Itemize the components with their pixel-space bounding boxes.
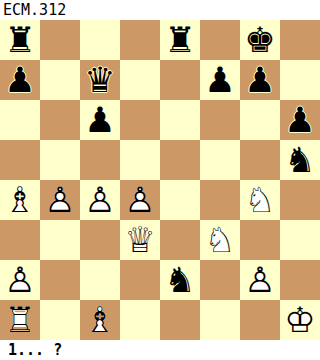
- chess-puzzle-app: ECM.312 ♜♜♚♟♛♟♟♟♟♞♝♗♟♙♟♙♟♙♞♘♛♕♞♘♟♙♞♟♙♜♖♝…: [0, 0, 320, 360]
- black-queen-glyph: ♛: [80, 60, 120, 100]
- black-knight-glyph: ♞: [280, 140, 320, 180]
- square-f2[interactable]: [200, 260, 240, 300]
- square-a6[interactable]: [0, 100, 40, 140]
- black-pawn-glyph: ♟: [280, 100, 320, 140]
- black-pawn-glyph: ♟: [200, 60, 240, 100]
- black-rook-glyph: ♜: [0, 20, 40, 60]
- square-f3[interactable]: ♞♘: [200, 220, 240, 260]
- square-d8[interactable]: [120, 20, 160, 60]
- square-d3[interactable]: ♛♕: [120, 220, 160, 260]
- square-e2[interactable]: ♞: [160, 260, 200, 300]
- piece-black-pawn[interactable]: ♟: [280, 100, 320, 140]
- square-a3[interactable]: [0, 220, 40, 260]
- square-h3[interactable]: [280, 220, 320, 260]
- piece-white-king[interactable]: ♚♔: [280, 300, 320, 340]
- puzzle-title: ECM.312: [0, 0, 320, 20]
- piece-black-knight[interactable]: ♞: [280, 140, 320, 180]
- white-pawn-outline-glyph: ♙: [0, 260, 40, 300]
- piece-white-pawn[interactable]: ♟♙: [240, 260, 280, 300]
- square-g3[interactable]: [240, 220, 280, 260]
- square-a2[interactable]: ♟♙: [0, 260, 40, 300]
- square-g7[interactable]: ♟: [240, 60, 280, 100]
- move-prompt: 1... ?: [0, 340, 320, 360]
- square-a4[interactable]: ♝♗: [0, 180, 40, 220]
- square-a7[interactable]: ♟: [0, 60, 40, 100]
- square-a1[interactable]: ♜♖: [0, 300, 40, 340]
- white-knight-outline-glyph: ♘: [240, 180, 280, 220]
- white-bishop-outline-glyph: ♗: [80, 300, 120, 340]
- chess-board: ♜♜♚♟♛♟♟♟♟♞♝♗♟♙♟♙♟♙♞♘♛♕♞♘♟♙♞♟♙♜♖♝♗♚♔: [0, 20, 320, 340]
- piece-black-queen[interactable]: ♛: [80, 60, 120, 100]
- square-c1[interactable]: ♝♗: [80, 300, 120, 340]
- square-c5[interactable]: [80, 140, 120, 180]
- square-f6[interactable]: [200, 100, 240, 140]
- square-f1[interactable]: [200, 300, 240, 340]
- piece-white-knight[interactable]: ♞♘: [200, 220, 240, 260]
- square-c3[interactable]: [80, 220, 120, 260]
- black-king-glyph: ♚: [240, 20, 280, 60]
- square-h1[interactable]: ♚♔: [280, 300, 320, 340]
- square-h5[interactable]: ♞: [280, 140, 320, 180]
- piece-white-bishop[interactable]: ♝♗: [0, 180, 40, 220]
- piece-white-pawn[interactable]: ♟♙: [120, 180, 160, 220]
- white-queen-outline-glyph: ♕: [120, 220, 160, 260]
- piece-white-pawn[interactable]: ♟♙: [40, 180, 80, 220]
- piece-white-queen[interactable]: ♛♕: [120, 220, 160, 260]
- square-e6[interactable]: [160, 100, 200, 140]
- square-b8[interactable]: [40, 20, 80, 60]
- piece-white-rook[interactable]: ♜♖: [0, 300, 40, 340]
- square-h8[interactable]: [280, 20, 320, 60]
- square-b3[interactable]: [40, 220, 80, 260]
- square-f7[interactable]: ♟: [200, 60, 240, 100]
- piece-white-pawn[interactable]: ♟♙: [80, 180, 120, 220]
- square-b5[interactable]: [40, 140, 80, 180]
- white-rook-outline-glyph: ♖: [0, 300, 40, 340]
- square-c7[interactable]: ♛: [80, 60, 120, 100]
- white-king-outline-glyph: ♔: [280, 300, 320, 340]
- square-b2[interactable]: [40, 260, 80, 300]
- black-rook-glyph: ♜: [160, 20, 200, 60]
- piece-black-rook[interactable]: ♜: [160, 20, 200, 60]
- square-c6[interactable]: ♟: [80, 100, 120, 140]
- square-c4[interactable]: ♟♙: [80, 180, 120, 220]
- square-c2[interactable]: [80, 260, 120, 300]
- piece-black-knight[interactable]: ♞: [160, 260, 200, 300]
- square-d2[interactable]: [120, 260, 160, 300]
- square-g6[interactable]: [240, 100, 280, 140]
- square-h6[interactable]: ♟: [280, 100, 320, 140]
- square-f8[interactable]: [200, 20, 240, 60]
- square-g8[interactable]: ♚: [240, 20, 280, 60]
- white-knight-outline-glyph: ♘: [200, 220, 240, 260]
- white-pawn-outline-glyph: ♙: [80, 180, 120, 220]
- square-h7[interactable]: [280, 60, 320, 100]
- square-e8[interactable]: ♜: [160, 20, 200, 60]
- square-g2[interactable]: ♟♙: [240, 260, 280, 300]
- black-knight-glyph: ♞: [160, 260, 200, 300]
- square-d4[interactable]: ♟♙: [120, 180, 160, 220]
- piece-black-pawn[interactable]: ♟: [80, 100, 120, 140]
- square-g5[interactable]: [240, 140, 280, 180]
- piece-black-rook[interactable]: ♜: [0, 20, 40, 60]
- square-g1[interactable]: [240, 300, 280, 340]
- square-e7[interactable]: [160, 60, 200, 100]
- white-pawn-outline-glyph: ♙: [40, 180, 80, 220]
- piece-black-pawn[interactable]: ♟: [200, 60, 240, 100]
- square-h2[interactable]: [280, 260, 320, 300]
- square-e1[interactable]: [160, 300, 200, 340]
- white-bishop-outline-glyph: ♗: [0, 180, 40, 220]
- piece-white-pawn[interactable]: ♟♙: [0, 260, 40, 300]
- black-pawn-glyph: ♟: [0, 60, 40, 100]
- square-f5[interactable]: [200, 140, 240, 180]
- white-pawn-outline-glyph: ♙: [240, 260, 280, 300]
- square-b1[interactable]: [40, 300, 80, 340]
- white-pawn-outline-glyph: ♙: [120, 180, 160, 220]
- square-b4[interactable]: ♟♙: [40, 180, 80, 220]
- square-h4[interactable]: [280, 180, 320, 220]
- piece-black-king[interactable]: ♚: [240, 20, 280, 60]
- square-g4[interactable]: ♞♘: [240, 180, 280, 220]
- square-e4[interactable]: [160, 180, 200, 220]
- square-a5[interactable]: [0, 140, 40, 180]
- piece-white-bishop[interactable]: ♝♗: [80, 300, 120, 340]
- black-pawn-glyph: ♟: [80, 100, 120, 140]
- square-d7[interactable]: [120, 60, 160, 100]
- piece-white-knight[interactable]: ♞♘: [240, 180, 280, 220]
- piece-black-pawn[interactable]: ♟: [240, 60, 280, 100]
- square-d6[interactable]: [120, 100, 160, 140]
- square-a8[interactable]: ♜: [0, 20, 40, 60]
- square-f4[interactable]: [200, 180, 240, 220]
- square-c8[interactable]: [80, 20, 120, 60]
- square-e5[interactable]: [160, 140, 200, 180]
- square-e3[interactable]: [160, 220, 200, 260]
- square-b7[interactable]: [40, 60, 80, 100]
- square-d1[interactable]: [120, 300, 160, 340]
- square-b6[interactable]: [40, 100, 80, 140]
- black-pawn-glyph: ♟: [240, 60, 280, 100]
- piece-black-pawn[interactable]: ♟: [0, 60, 40, 100]
- square-d5[interactable]: [120, 140, 160, 180]
